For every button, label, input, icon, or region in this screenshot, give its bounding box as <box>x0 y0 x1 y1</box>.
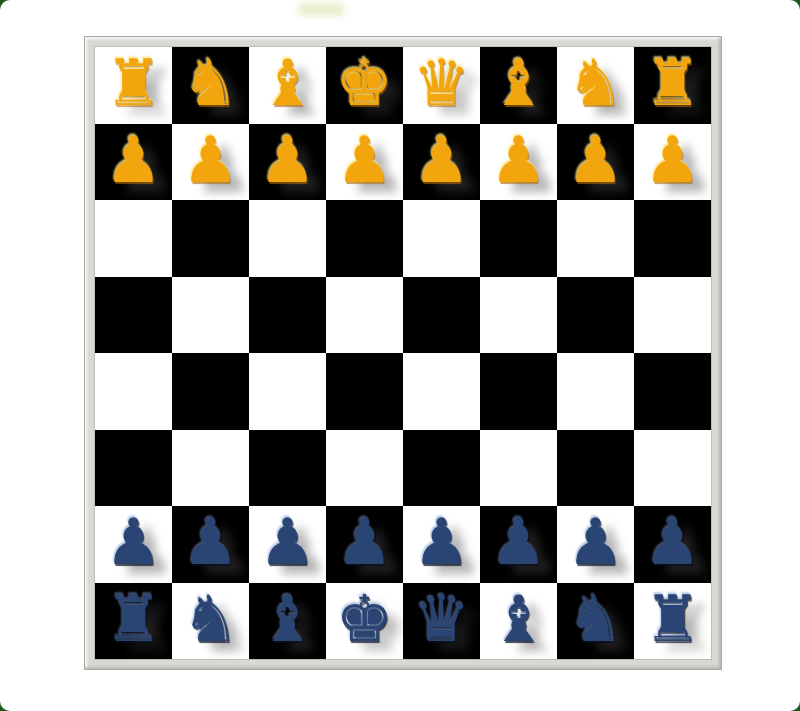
piece-black-knight-g8[interactable]: ♞ <box>182 587 239 651</box>
square-d6[interactable] <box>403 430 480 507</box>
piece-white-queen-d1[interactable]: ♛ <box>413 51 470 115</box>
piece-black-pawn-h7[interactable]: ♟ <box>105 510 162 574</box>
piece-black-pawn-c7[interactable]: ♟ <box>490 510 547 574</box>
square-d2[interactable]: ♟ <box>403 124 480 201</box>
square-c7[interactable]: ♟ <box>480 506 557 583</box>
piece-white-knight-b1[interactable]: ♞ <box>567 51 624 115</box>
square-d7[interactable]: ♟ <box>403 506 480 583</box>
square-b5[interactable] <box>557 353 634 430</box>
piece-black-rook-a8[interactable]: ♜ <box>644 587 701 651</box>
piece-black-pawn-f7[interactable]: ♟ <box>259 510 316 574</box>
square-e5[interactable] <box>326 353 403 430</box>
square-h8[interactable]: ♜ <box>95 583 172 660</box>
square-c6[interactable] <box>480 430 557 507</box>
piece-white-rook-h1[interactable]: ♜ <box>105 51 162 115</box>
chess-board: ♜♞♝♚♛♝♞♜♟♟♟♟♟♟♟♟♟♟♟♟♟♟♟♟♜♞♝♚♛♝♞♜ <box>95 47 711 659</box>
chess-board-frame: ♜♞♝♚♛♝♞♜♟♟♟♟♟♟♟♟♟♟♟♟♟♟♟♟♜♞♝♚♛♝♞♜ <box>84 36 722 670</box>
square-f4[interactable] <box>249 277 326 354</box>
piece-white-pawn-f2[interactable]: ♟ <box>259 128 316 192</box>
square-g7[interactable]: ♟ <box>172 506 249 583</box>
square-c1[interactable]: ♝ <box>480 47 557 124</box>
square-c5[interactable] <box>480 353 557 430</box>
square-b1[interactable]: ♞ <box>557 47 634 124</box>
square-g5[interactable] <box>172 353 249 430</box>
square-f2[interactable]: ♟ <box>249 124 326 201</box>
piece-white-king-e1[interactable]: ♚ <box>336 51 393 115</box>
square-a2[interactable]: ♟ <box>634 124 711 201</box>
square-d5[interactable] <box>403 353 480 430</box>
piece-white-pawn-g2[interactable]: ♟ <box>182 128 239 192</box>
square-a3[interactable] <box>634 200 711 277</box>
square-g8[interactable]: ♞ <box>172 583 249 660</box>
square-f5[interactable] <box>249 353 326 430</box>
square-b7[interactable]: ♟ <box>557 506 634 583</box>
square-h7[interactable]: ♟ <box>95 506 172 583</box>
piece-white-pawn-b2[interactable]: ♟ <box>567 128 624 192</box>
square-f7[interactable]: ♟ <box>249 506 326 583</box>
square-b2[interactable]: ♟ <box>557 124 634 201</box>
square-g2[interactable]: ♟ <box>172 124 249 201</box>
square-f1[interactable]: ♝ <box>249 47 326 124</box>
square-h5[interactable] <box>95 353 172 430</box>
square-e3[interactable] <box>326 200 403 277</box>
square-e4[interactable] <box>326 277 403 354</box>
square-g3[interactable] <box>172 200 249 277</box>
square-d3[interactable] <box>403 200 480 277</box>
square-b4[interactable] <box>557 277 634 354</box>
square-a1[interactable]: ♜ <box>634 47 711 124</box>
piece-black-bishop-f8[interactable]: ♝ <box>259 587 316 651</box>
page: ♜♞♝♚♛♝♞♜♟♟♟♟♟♟♟♟♟♟♟♟♟♟♟♟♜♞♝♚♛♝♞♜ <box>0 0 800 711</box>
page-background: ♜♞♝♚♛♝♞♜♟♟♟♟♟♟♟♟♟♟♟♟♟♟♟♟♜♞♝♚♛♝♞♜ <box>0 0 800 711</box>
square-f8[interactable]: ♝ <box>249 583 326 660</box>
faint-watermark-smudge <box>298 3 344 16</box>
piece-white-pawn-e2[interactable]: ♟ <box>336 128 393 192</box>
piece-black-pawn-b7[interactable]: ♟ <box>567 510 624 574</box>
square-c2[interactable]: ♟ <box>480 124 557 201</box>
square-c8[interactable]: ♝ <box>480 583 557 660</box>
square-b8[interactable]: ♞ <box>557 583 634 660</box>
square-e6[interactable] <box>326 430 403 507</box>
piece-black-king-e8[interactable]: ♚ <box>336 587 393 651</box>
piece-black-rook-h8[interactable]: ♜ <box>105 587 162 651</box>
square-a5[interactable] <box>634 353 711 430</box>
square-g4[interactable] <box>172 277 249 354</box>
square-e2[interactable]: ♟ <box>326 124 403 201</box>
piece-black-pawn-e7[interactable]: ♟ <box>336 510 393 574</box>
square-d4[interactable] <box>403 277 480 354</box>
square-f6[interactable] <box>249 430 326 507</box>
square-h1[interactable]: ♜ <box>95 47 172 124</box>
square-b3[interactable] <box>557 200 634 277</box>
piece-white-bishop-c1[interactable]: ♝ <box>490 51 547 115</box>
square-e7[interactable]: ♟ <box>326 506 403 583</box>
square-a4[interactable] <box>634 277 711 354</box>
piece-white-pawn-h2[interactable]: ♟ <box>105 128 162 192</box>
square-c3[interactable] <box>480 200 557 277</box>
square-b6[interactable] <box>557 430 634 507</box>
square-c4[interactable] <box>480 277 557 354</box>
square-a8[interactable]: ♜ <box>634 583 711 660</box>
piece-white-pawn-d2[interactable]: ♟ <box>413 128 470 192</box>
square-a6[interactable] <box>634 430 711 507</box>
piece-black-pawn-g7[interactable]: ♟ <box>182 510 239 574</box>
square-d8[interactable]: ♛ <box>403 583 480 660</box>
square-h4[interactable] <box>95 277 172 354</box>
piece-black-pawn-d7[interactable]: ♟ <box>413 510 470 574</box>
square-g1[interactable]: ♞ <box>172 47 249 124</box>
piece-white-rook-a1[interactable]: ♜ <box>644 51 701 115</box>
square-h2[interactable]: ♟ <box>95 124 172 201</box>
piece-white-pawn-a2[interactable]: ♟ <box>644 128 701 192</box>
piece-white-bishop-f1[interactable]: ♝ <box>259 51 316 115</box>
square-e8[interactable]: ♚ <box>326 583 403 660</box>
piece-black-pawn-a7[interactable]: ♟ <box>644 510 701 574</box>
piece-black-knight-b8[interactable]: ♞ <box>567 587 624 651</box>
square-e1[interactable]: ♚ <box>326 47 403 124</box>
piece-black-queen-d8[interactable]: ♛ <box>413 587 470 651</box>
piece-black-bishop-c8[interactable]: ♝ <box>490 587 547 651</box>
piece-white-pawn-c2[interactable]: ♟ <box>490 128 547 192</box>
piece-white-knight-g1[interactable]: ♞ <box>182 51 239 115</box>
square-a7[interactable]: ♟ <box>634 506 711 583</box>
square-h6[interactable] <box>95 430 172 507</box>
square-f3[interactable] <box>249 200 326 277</box>
square-d1[interactable]: ♛ <box>403 47 480 124</box>
square-g6[interactable] <box>172 430 249 507</box>
square-h3[interactable] <box>95 200 172 277</box>
